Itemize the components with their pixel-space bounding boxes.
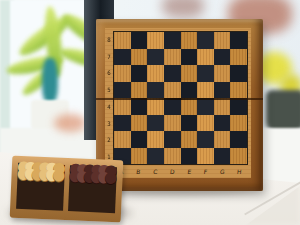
- square-a5[interactable]: [114, 82, 131, 99]
- square-g2[interactable]: [214, 131, 231, 148]
- square-c2[interactable]: [147, 131, 164, 148]
- square-g8[interactable]: [214, 32, 231, 49]
- dark-wooden-draughts-pieces[interactable]: ●: [104, 173, 117, 183]
- square-g7[interactable]: [214, 49, 231, 66]
- square-d4[interactable]: [164, 98, 181, 115]
- dark-planter: [266, 90, 300, 132]
- square-c3[interactable]: [147, 115, 164, 132]
- square-c8[interactable]: [147, 32, 164, 49]
- square-b8[interactable]: [131, 32, 148, 49]
- square-c6[interactable]: [147, 65, 164, 82]
- rank-label-5: 5: [105, 81, 112, 98]
- rank-label-6: 6: [105, 65, 112, 82]
- file-label-c: C: [146, 165, 164, 177]
- square-f1[interactable]: [197, 148, 214, 165]
- square-f5[interactable]: [197, 82, 214, 99]
- square-b2[interactable]: [131, 131, 148, 148]
- file-label-b: B: [129, 165, 147, 177]
- square-e5[interactable]: [181, 82, 198, 99]
- square-c1[interactable]: [147, 148, 164, 165]
- square-a2[interactable]: [114, 131, 131, 148]
- square-e3[interactable]: [181, 115, 198, 132]
- square-h2[interactable]: [230, 131, 247, 148]
- square-c5[interactable]: [147, 82, 164, 99]
- square-e2[interactable]: [181, 131, 198, 148]
- square-d8[interactable]: [164, 32, 181, 49]
- square-b3[interactable]: [131, 115, 148, 132]
- rank-label-4: 4: [105, 98, 112, 115]
- square-b5[interactable]: [131, 82, 148, 99]
- square-d3[interactable]: [164, 115, 181, 132]
- square-f2[interactable]: [197, 131, 214, 148]
- file-label-f: F: [197, 165, 215, 177]
- dark-pieces-compartment: ●●●●●●●●●●●●: [68, 165, 117, 213]
- rank-label-2: 2: [105, 132, 112, 149]
- square-g4[interactable]: [214, 98, 231, 115]
- square-e4[interactable]: [181, 98, 198, 115]
- square-e6[interactable]: [181, 65, 198, 82]
- rank-label-8: 8: [105, 31, 112, 48]
- light-pieces-compartment: ●●●●●●●●●●●●: [16, 163, 65, 211]
- square-a4[interactable]: [114, 98, 131, 115]
- square-d5[interactable]: [164, 82, 181, 99]
- square-h1[interactable]: [230, 148, 247, 165]
- square-c7[interactable]: [147, 49, 164, 66]
- square-g3[interactable]: [214, 115, 231, 132]
- square-f3[interactable]: [197, 115, 214, 132]
- pieces-tray: ●●●●●●●●●●●● ●●●●●●●●●●●●: [10, 156, 124, 223]
- file-label-g: G: [214, 165, 232, 177]
- square-a7[interactable]: [114, 49, 131, 66]
- plant-stem: [42, 58, 58, 104]
- square-h7[interactable]: [230, 49, 247, 66]
- square-d6[interactable]: [164, 65, 181, 82]
- rank-label-3: 3: [105, 115, 112, 132]
- photo-scene: 87654321 ABCDEFGH ●●●●●●●●●●●● ●●●●●●●●●…: [0, 0, 300, 225]
- background-blur: [54, 114, 86, 132]
- square-h4[interactable]: [230, 98, 247, 115]
- square-f7[interactable]: [197, 49, 214, 66]
- square-h5[interactable]: [230, 82, 247, 99]
- square-h6[interactable]: [230, 65, 247, 82]
- square-g6[interactable]: [214, 65, 231, 82]
- square-e1[interactable]: [181, 148, 198, 165]
- square-d7[interactable]: [164, 49, 181, 66]
- square-e7[interactable]: [181, 49, 198, 66]
- square-g5[interactable]: [214, 82, 231, 99]
- file-label-e: E: [180, 165, 198, 177]
- file-label-d: D: [163, 165, 181, 177]
- square-f4[interactable]: [197, 98, 214, 115]
- square-h8[interactable]: [230, 32, 247, 49]
- light-wooden-draughts-pieces[interactable]: ●: [52, 170, 65, 180]
- square-a8[interactable]: [114, 32, 131, 49]
- square-f8[interactable]: [197, 32, 214, 49]
- square-h3[interactable]: [230, 115, 247, 132]
- square-g1[interactable]: [214, 148, 231, 165]
- board-panel: 87654321 ABCDEFGH: [105, 28, 251, 178]
- square-b6[interactable]: [131, 65, 148, 82]
- file-labels: ABCDEFGH: [113, 165, 248, 177]
- rank-label-7: 7: [105, 48, 112, 65]
- square-a6[interactable]: [114, 65, 131, 82]
- square-d1[interactable]: [164, 148, 181, 165]
- square-e8[interactable]: [181, 32, 198, 49]
- board-hinge-seam: [96, 98, 263, 100]
- square-d2[interactable]: [164, 131, 181, 148]
- square-a3[interactable]: [114, 115, 131, 132]
- background-building-blur: [162, 0, 204, 18]
- square-b7[interactable]: [131, 49, 148, 66]
- square-b4[interactable]: [131, 98, 148, 115]
- square-f6[interactable]: [197, 65, 214, 82]
- square-b1[interactable]: [131, 148, 148, 165]
- square-c4[interactable]: [147, 98, 164, 115]
- file-label-h: H: [230, 165, 248, 177]
